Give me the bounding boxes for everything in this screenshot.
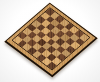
chess-board [4, 2, 97, 77]
product-photo-background [0, 0, 100, 82]
board-inlay-line [11, 7, 89, 70]
board-grid [13, 8, 89, 68]
